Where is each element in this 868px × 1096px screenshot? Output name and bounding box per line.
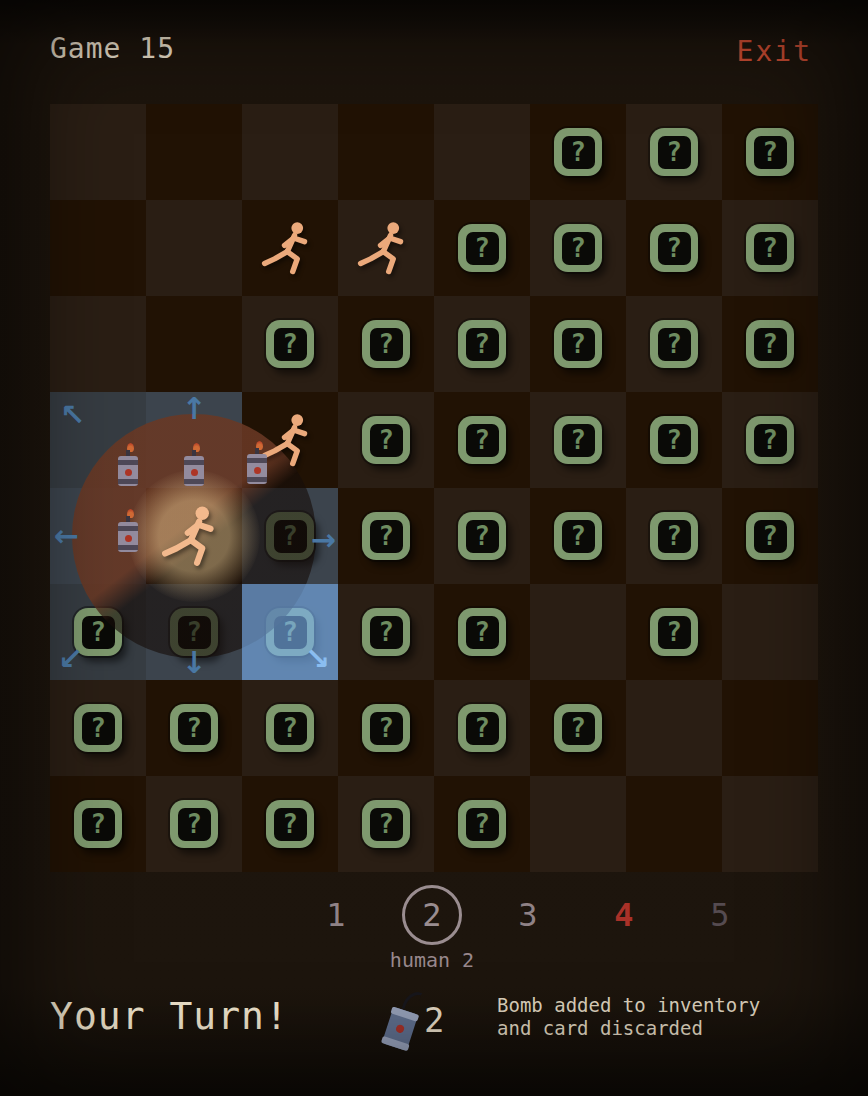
mystery-box-icon: ? <box>458 512 506 560</box>
board-cell-r3c6[interactable]: ? <box>626 392 722 488</box>
board-cell-r3c4[interactable]: ? <box>434 392 530 488</box>
mystery-box-icon: ? <box>74 800 122 848</box>
board-cell-r1c5[interactable]: ? <box>530 200 626 296</box>
turn-status-text: Your Turn! <box>50 994 289 1038</box>
mystery-box-icon: ? <box>650 512 698 560</box>
board-cell-r7c5[interactable] <box>530 776 626 872</box>
board-cell-r7c6[interactable] <box>626 776 722 872</box>
board-cell-r5c1[interactable]: ↓? <box>146 584 242 680</box>
mystery-box-icon: ? <box>650 320 698 368</box>
board-cell-r2c7[interactable]: ? <box>722 296 818 392</box>
board-cell-r6c0[interactable]: ? <box>50 680 146 776</box>
mystery-box-icon: ? <box>266 704 314 752</box>
board-cell-r6c4[interactable]: ? <box>434 680 530 776</box>
board-cell-r5c6[interactable]: ? <box>626 584 722 680</box>
board-cell-r1c2[interactable] <box>242 200 338 296</box>
enemy-runner-icon <box>357 219 415 277</box>
board-cell-r7c7[interactable] <box>722 776 818 872</box>
move-arrow-left-icon[interactable]: ← <box>54 521 79 551</box>
move-arrow-right-icon[interactable]: → <box>311 525 336 555</box>
mystery-box-icon: ? <box>458 224 506 272</box>
mystery-box-icon: ? <box>650 128 698 176</box>
board-cell-r5c7[interactable] <box>722 584 818 680</box>
current-player-label: human 2 <box>288 948 576 972</box>
board-cell-r4c5[interactable]: ? <box>530 488 626 584</box>
board-cell-r2c4[interactable]: ? <box>434 296 530 392</box>
board-cell-r0c4[interactable] <box>434 104 530 200</box>
board-cell-r2c0[interactable] <box>50 296 146 392</box>
board-cell-r0c6[interactable]: ? <box>626 104 722 200</box>
turn-order-strip: 12345 <box>288 886 768 944</box>
board-cell-r6c1[interactable]: ? <box>146 680 242 776</box>
mystery-box-icon: ? <box>746 512 794 560</box>
bomb-fuse-icon <box>401 988 422 1013</box>
placed-bomb-icon <box>115 512 141 556</box>
turn-slot-2: 2 <box>384 886 480 944</box>
mystery-box-icon: ? <box>362 512 410 560</box>
mystery-box-icon: ? <box>170 800 218 848</box>
board-cell-r5c3[interactable]: ? <box>338 584 434 680</box>
mystery-box-icon: ? <box>746 128 794 176</box>
board-cell-r1c1[interactable] <box>146 200 242 296</box>
board-cell-r1c0[interactable] <box>50 200 146 296</box>
mystery-box-icon: ? <box>266 512 314 560</box>
board-cell-r7c4[interactable]: ? <box>434 776 530 872</box>
event-message-line1: Bomb added to inventory <box>497 994 760 1017</box>
event-message: Bomb added to inventory and card discard… <box>497 994 760 1040</box>
player-runner-icon[interactable] <box>161 503 227 569</box>
move-arrow-down-icon[interactable]: ↓ <box>181 648 206 678</box>
mystery-box-icon: ? <box>554 704 602 752</box>
inventory-bomb-icon <box>376 994 426 1058</box>
mystery-box-icon: ? <box>458 608 506 656</box>
page-title: Game 15 <box>50 32 175 65</box>
move-arrow-up-left-icon[interactable]: ↖ <box>60 400 85 430</box>
mystery-box-icon: ? <box>746 320 794 368</box>
board-cell-r5c0[interactable]: ↙? <box>50 584 146 680</box>
mystery-box-icon: ? <box>266 800 314 848</box>
move-arrow-up-icon[interactable]: ↑ <box>181 394 206 424</box>
board-cell-r5c4[interactable]: ? <box>434 584 530 680</box>
event-message-line2: and card discarded <box>497 1017 760 1040</box>
board-cell-r6c5[interactable]: ? <box>530 680 626 776</box>
board-cell-r6c6[interactable] <box>626 680 722 776</box>
board-cell-r7c3[interactable]: ? <box>338 776 434 872</box>
board-cell-r4c4[interactable]: ? <box>434 488 530 584</box>
mystery-box-icon: ? <box>458 704 506 752</box>
exit-button[interactable]: Exit <box>731 34 818 69</box>
board: ?????????????↖↑?????←→??????↙?↓?↘???????… <box>50 104 818 872</box>
placed-bomb-icon <box>244 444 270 488</box>
board-cell-r4c6[interactable]: ? <box>626 488 722 584</box>
turn-slot-5: 5 <box>672 886 768 944</box>
enemy-runner-icon <box>261 219 319 277</box>
mystery-box-icon: ? <box>362 416 410 464</box>
board-cell-r2c2[interactable]: ? <box>242 296 338 392</box>
board-cell-r0c0[interactable] <box>50 104 146 200</box>
placed-bomb-icon <box>181 446 207 490</box>
board-cell-r4c3[interactable]: ? <box>338 488 434 584</box>
mystery-box-icon: ? <box>746 224 794 272</box>
turn-slot-1: 1 <box>288 886 384 944</box>
board-cell-r4c1[interactable] <box>146 488 242 584</box>
mystery-box-icon: ? <box>74 704 122 752</box>
board-cell-r4c2[interactable]: →? <box>242 488 338 584</box>
board-cell-r6c7[interactable] <box>722 680 818 776</box>
mystery-box-icon: ? <box>458 800 506 848</box>
move-arrow-down-left-icon[interactable]: ↙ <box>58 644 83 674</box>
board-cell-r1c3[interactable] <box>338 200 434 296</box>
board-cell-r2c6[interactable]: ? <box>626 296 722 392</box>
board-cell-r2c5[interactable]: ? <box>530 296 626 392</box>
mystery-box-icon: ? <box>458 416 506 464</box>
mystery-box-icon: ? <box>650 224 698 272</box>
mystery-box-icon: ? <box>458 320 506 368</box>
board-cell-r6c3[interactable]: ? <box>338 680 434 776</box>
mystery-box-icon: ? <box>554 128 602 176</box>
mystery-box-icon: ? <box>362 320 410 368</box>
move-arrow-down-right-icon[interactable]: ↘ <box>305 644 330 674</box>
mystery-box-icon: ? <box>266 320 314 368</box>
board-cell-r0c7[interactable]: ? <box>722 104 818 200</box>
mystery-box-icon: ? <box>554 416 602 464</box>
board-cell-r3c3[interactable]: ? <box>338 392 434 488</box>
mystery-box-icon: ? <box>554 512 602 560</box>
board-cell-r0c5[interactable]: ? <box>530 104 626 200</box>
board-cell-r0c1[interactable] <box>146 104 242 200</box>
board-cell-r1c6[interactable]: ? <box>626 200 722 296</box>
board-cell-r2c1[interactable] <box>146 296 242 392</box>
mystery-box-icon: ? <box>554 320 602 368</box>
board-cell-r7c1[interactable]: ? <box>146 776 242 872</box>
board-cell-r1c4[interactable]: ? <box>434 200 530 296</box>
game-screen: Game 15 Exit ?????????????↖↑?????←→?????… <box>0 0 868 1096</box>
board-cell-r5c2[interactable]: ↘? <box>242 584 338 680</box>
mystery-box-icon: ? <box>650 416 698 464</box>
mystery-box-icon: ? <box>362 800 410 848</box>
mystery-box-icon: ? <box>362 608 410 656</box>
turn-slot-4: 4 <box>576 886 672 944</box>
mystery-box-icon: ? <box>170 704 218 752</box>
board-cell-r4c7[interactable]: ? <box>722 488 818 584</box>
board-cell-r7c2[interactable]: ? <box>242 776 338 872</box>
board-cell-r1c7[interactable]: ? <box>722 200 818 296</box>
turn-slot-3: 3 <box>480 886 576 944</box>
mystery-box-icon: ? <box>650 608 698 656</box>
board-cell-r3c7[interactable]: ? <box>722 392 818 488</box>
board-cell-r7c0[interactable]: ? <box>50 776 146 872</box>
board-cell-r0c3[interactable] <box>338 104 434 200</box>
inventory-bomb-count: 2 <box>424 1000 444 1040</box>
board-cell-r3c5[interactable]: ? <box>530 392 626 488</box>
board-cell-r0c2[interactable] <box>242 104 338 200</box>
mystery-box-icon: ? <box>554 224 602 272</box>
mystery-box-icon: ? <box>746 416 794 464</box>
board-cell-r6c2[interactable]: ? <box>242 680 338 776</box>
mystery-box-icon: ? <box>362 704 410 752</box>
board-cell-r5c5[interactable] <box>530 584 626 680</box>
board-cell-r2c3[interactable]: ? <box>338 296 434 392</box>
placed-bomb-icon <box>115 446 141 490</box>
